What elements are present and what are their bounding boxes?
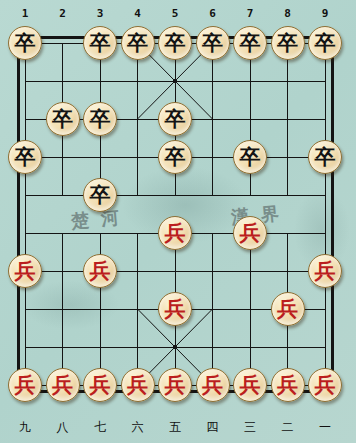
palace-center-dot-bottom [173, 345, 177, 349]
piece-black-soldier[interactable]: 卒 [308, 26, 342, 60]
point-marker-corner [103, 146, 111, 154]
point-marker-corner [52, 298, 60, 306]
piece-glyph: 卒 [240, 147, 261, 168]
point-marker-corner [253, 274, 261, 282]
file-label-bottom: 四 [207, 419, 219, 436]
piece-glyph: 卒 [315, 33, 336, 54]
piece-red-soldier[interactable]: 兵 [158, 216, 192, 250]
point-marker [52, 298, 74, 320]
file-label-top: 8 [284, 7, 291, 20]
file-label-bottom: 二 [282, 419, 294, 436]
point-marker [239, 260, 261, 282]
piece-black-soldier[interactable]: 卒 [308, 140, 342, 174]
piece-red-soldier[interactable]: 兵 [271, 368, 305, 402]
point-marker-corner [277, 122, 285, 130]
piece-glyph: 卒 [52, 109, 73, 130]
piece-glyph: 兵 [90, 261, 111, 282]
piece-glyph: 兵 [165, 223, 186, 244]
piece-red-soldier[interactable]: 兵 [8, 368, 42, 402]
file-label-top: 6 [209, 7, 216, 20]
piece-red-soldier[interactable]: 兵 [233, 368, 267, 402]
xiangqi-board: 123456789 九八七六五四三二一 楚河 漢界 卒卒卒卒卒卒卒卒卒卒卒卒卒卒… [0, 0, 356, 443]
point-marker-corner [178, 260, 186, 268]
piece-glyph: 兵 [15, 375, 36, 396]
piece-black-soldier[interactable]: 卒 [83, 178, 117, 212]
piece-black-soldier[interactable]: 卒 [83, 102, 117, 136]
piece-red-soldier[interactable]: 兵 [308, 368, 342, 402]
point-marker-corner [103, 160, 111, 168]
file-label-bottom: 六 [132, 419, 144, 436]
piece-black-soldier[interactable]: 卒 [233, 140, 267, 174]
piece-black-soldier[interactable]: 卒 [158, 140, 192, 174]
point-marker [164, 260, 186, 282]
point-marker-corner [66, 312, 74, 320]
piece-red-soldier[interactable]: 兵 [158, 292, 192, 326]
piece-glyph: 兵 [15, 261, 36, 282]
file-label-top: 3 [97, 7, 104, 20]
piece-glyph: 卒 [15, 33, 36, 54]
point-marker-corner [239, 274, 247, 282]
point-marker-corner [89, 146, 97, 154]
piece-red-soldier[interactable]: 兵 [233, 216, 267, 250]
piece-black-soldier[interactable]: 卒 [196, 26, 230, 60]
piece-glyph: 卒 [90, 185, 111, 206]
piece-red-soldier[interactable]: 兵 [196, 368, 230, 402]
piece-red-soldier[interactable]: 兵 [271, 292, 305, 326]
piece-black-soldier[interactable]: 卒 [158, 26, 192, 60]
file-label-bottom: 九 [19, 419, 31, 436]
file-label-top: 5 [172, 7, 179, 20]
piece-glyph: 兵 [240, 223, 261, 244]
piece-glyph: 卒 [90, 33, 111, 54]
piece-glyph: 卒 [202, 33, 223, 54]
piece-glyph: 兵 [90, 375, 111, 396]
piece-black-soldier[interactable]: 卒 [271, 26, 305, 60]
point-marker-corner [253, 260, 261, 268]
piece-black-soldier[interactable]: 卒 [8, 26, 42, 60]
piece-glyph: 卒 [90, 109, 111, 130]
point-marker-corner [291, 108, 299, 116]
piece-glyph: 兵 [165, 375, 186, 396]
file-label-bottom: 五 [169, 419, 181, 436]
file-label-bottom: 一 [319, 419, 331, 436]
point-marker-corner [52, 312, 60, 320]
piece-glyph: 兵 [277, 299, 298, 320]
piece-red-soldier[interactable]: 兵 [308, 254, 342, 288]
palace-center-dot-top [173, 79, 177, 83]
piece-glyph: 卒 [165, 33, 186, 54]
point-marker [89, 146, 111, 168]
point-marker-corner [164, 274, 172, 282]
piece-black-soldier[interactable]: 卒 [46, 102, 80, 136]
piece-glyph: 卒 [240, 33, 261, 54]
piece-red-soldier[interactable]: 兵 [8, 254, 42, 288]
piece-glyph: 卒 [277, 33, 298, 54]
point-marker-corner [164, 260, 172, 268]
point-marker-corner [89, 160, 97, 168]
file-label-top: 2 [59, 7, 66, 20]
piece-glyph: 卒 [15, 147, 36, 168]
piece-black-soldier[interactable]: 卒 [83, 26, 117, 60]
point-marker [277, 108, 299, 130]
piece-black-soldier[interactable]: 卒 [158, 102, 192, 136]
piece-glyph: 兵 [202, 375, 223, 396]
file-label-bottom: 七 [94, 419, 106, 436]
piece-glyph: 兵 [240, 375, 261, 396]
piece-glyph: 兵 [127, 375, 148, 396]
file-label-top: 1 [22, 7, 29, 20]
file-label-bottom: 三 [244, 419, 256, 436]
point-marker-corner [291, 122, 299, 130]
piece-red-soldier[interactable]: 兵 [83, 254, 117, 288]
point-marker-corner [277, 108, 285, 116]
piece-red-soldier[interactable]: 兵 [46, 368, 80, 402]
piece-black-soldier[interactable]: 卒 [121, 26, 155, 60]
file-label-top: 7 [247, 7, 254, 20]
piece-glyph: 卒 [165, 109, 186, 130]
piece-glyph: 兵 [315, 375, 336, 396]
piece-black-soldier[interactable]: 卒 [233, 26, 267, 60]
piece-glyph: 兵 [315, 261, 336, 282]
piece-red-soldier[interactable]: 兵 [121, 368, 155, 402]
piece-red-soldier[interactable]: 兵 [83, 368, 117, 402]
piece-glyph: 卒 [165, 147, 186, 168]
file-label-bottom: 八 [57, 419, 69, 436]
file-label-top: 4 [134, 7, 141, 20]
point-marker-corner [239, 260, 247, 268]
piece-glyph: 兵 [52, 375, 73, 396]
file-label-top: 9 [322, 7, 329, 20]
piece-black-soldier[interactable]: 卒 [8, 140, 42, 174]
point-marker-corner [178, 274, 186, 282]
point-marker-corner [66, 298, 74, 306]
piece-glyph: 卒 [127, 33, 148, 54]
piece-glyph: 兵 [165, 299, 186, 320]
piece-glyph: 兵 [277, 375, 298, 396]
piece-red-soldier[interactable]: 兵 [158, 368, 192, 402]
piece-glyph: 卒 [315, 147, 336, 168]
